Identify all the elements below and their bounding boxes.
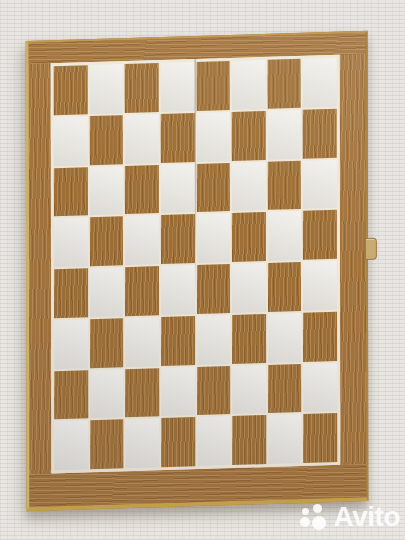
square-h3 (303, 312, 337, 362)
square-e8 (196, 61, 230, 111)
square-e2 (197, 366, 231, 416)
avito-watermark: Avito (300, 503, 400, 531)
square-f1 (232, 415, 266, 465)
square-f7 (232, 111, 266, 161)
square-a1 (54, 421, 88, 471)
square-b2 (90, 369, 124, 419)
square-d2 (161, 367, 195, 417)
chess-box (26, 31, 369, 511)
square-g8 (267, 59, 301, 109)
square-c6 (125, 165, 159, 215)
square-f3 (232, 314, 266, 364)
square-h1 (304, 413, 338, 463)
square-b8 (89, 64, 123, 114)
avito-logo-icon (300, 504, 327, 531)
square-e6 (196, 162, 230, 212)
square-c8 (125, 63, 159, 113)
square-b7 (89, 115, 123, 165)
square-f8 (232, 60, 266, 110)
watermark-text: Avito (334, 503, 400, 531)
square-h6 (303, 159, 337, 209)
square-b3 (90, 318, 124, 368)
box-latch (365, 238, 377, 260)
square-g2 (268, 363, 302, 413)
square-c5 (125, 215, 159, 265)
board-frame-top (29, 33, 366, 64)
fold-seam (194, 59, 196, 302)
square-d6 (161, 164, 195, 214)
square-c1 (126, 418, 160, 468)
square-c4 (125, 266, 159, 316)
square-e1 (197, 416, 231, 466)
square-c3 (125, 317, 159, 367)
photo-background: Avito (0, 0, 405, 540)
square-d1 (161, 417, 195, 467)
square-f5 (232, 212, 266, 262)
square-b6 (89, 166, 123, 216)
square-f2 (232, 364, 266, 414)
square-f4 (232, 263, 266, 313)
square-a8 (54, 65, 88, 115)
square-b1 (90, 419, 124, 469)
square-e5 (196, 213, 230, 263)
square-e3 (197, 315, 231, 365)
square-h5 (303, 210, 337, 260)
square-h8 (303, 58, 337, 108)
square-b5 (90, 216, 124, 266)
square-d8 (161, 62, 195, 112)
square-h2 (303, 362, 337, 412)
square-h4 (303, 261, 337, 311)
square-g3 (268, 313, 302, 363)
square-e4 (196, 264, 230, 314)
square-g7 (267, 110, 301, 160)
square-d3 (161, 316, 195, 366)
square-g5 (268, 211, 302, 261)
square-f6 (232, 161, 266, 211)
square-g1 (268, 414, 302, 464)
square-b4 (90, 267, 124, 317)
square-a3 (54, 319, 88, 369)
board-frame-bottom (29, 464, 366, 507)
square-g6 (268, 160, 302, 210)
square-d4 (161, 265, 195, 315)
square-h7 (303, 109, 337, 159)
board-field (51, 55, 341, 474)
square-a4 (54, 268, 88, 318)
square-a5 (54, 217, 88, 267)
square-a7 (54, 116, 88, 166)
square-c7 (125, 114, 159, 164)
square-d7 (161, 113, 195, 163)
square-g4 (268, 262, 302, 312)
square-c2 (125, 368, 159, 418)
square-a6 (54, 167, 88, 217)
square-a2 (54, 370, 88, 420)
square-d5 (161, 214, 195, 264)
square-e7 (196, 112, 230, 162)
